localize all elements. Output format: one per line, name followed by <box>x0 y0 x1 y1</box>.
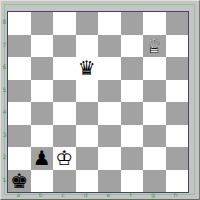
square-c5[interactable] <box>53 80 76 103</box>
square-f4[interactable] <box>121 102 144 125</box>
square-g1[interactable] <box>143 170 166 193</box>
rank-label-4: 4 <box>1 101 8 124</box>
piece-black-queen[interactable]: ♛ <box>76 57 99 80</box>
square-d4[interactable] <box>76 102 99 125</box>
square-a5[interactable] <box>8 80 31 103</box>
square-f1[interactable] <box>121 170 144 193</box>
square-c8[interactable] <box>53 12 76 35</box>
square-e1[interactable] <box>98 170 121 193</box>
rank-label-7: 7 <box>1 34 8 57</box>
chess-board: ♛♕♛♟♚♔♚ <box>7 11 189 193</box>
square-h4[interactable] <box>166 102 189 125</box>
square-f2[interactable] <box>121 147 144 170</box>
piece-black-king[interactable]: ♚ <box>8 170 31 193</box>
square-g2[interactable] <box>143 147 166 170</box>
square-c2[interactable]: ♚♔ <box>53 147 76 170</box>
rank-label-8: 8 <box>1 11 8 34</box>
square-e7[interactable] <box>98 35 121 58</box>
square-a1[interactable]: ♚ <box>8 170 31 193</box>
square-f6[interactable] <box>121 57 144 80</box>
square-b1[interactable] <box>31 170 54 193</box>
square-a7[interactable] <box>8 35 31 58</box>
square-e2[interactable] <box>98 147 121 170</box>
square-d7[interactable] <box>76 35 99 58</box>
square-h6[interactable] <box>166 57 189 80</box>
square-h1[interactable] <box>166 170 189 193</box>
square-a8[interactable] <box>8 12 31 35</box>
piece-white-queen[interactable]: ♕ <box>143 35 166 58</box>
square-b2[interactable]: ♟ <box>31 147 54 170</box>
square-c1[interactable] <box>53 170 76 193</box>
square-c4[interactable] <box>53 102 76 125</box>
square-d8[interactable] <box>76 12 99 35</box>
square-g3[interactable] <box>143 125 166 148</box>
square-h7[interactable] <box>166 35 189 58</box>
square-h3[interactable] <box>166 125 189 148</box>
square-h2[interactable] <box>166 147 189 170</box>
file-label-b: b <box>30 191 53 199</box>
square-a3[interactable] <box>8 125 31 148</box>
square-b6[interactable] <box>31 57 54 80</box>
square-f7[interactable] <box>121 35 144 58</box>
square-a4[interactable] <box>8 102 31 125</box>
square-c6[interactable] <box>53 57 76 80</box>
rank-label-5: 5 <box>1 79 8 102</box>
square-d3[interactable] <box>76 125 99 148</box>
square-d1[interactable] <box>76 170 99 193</box>
square-a2[interactable] <box>8 147 31 170</box>
square-b5[interactable] <box>31 80 54 103</box>
file-label-c: c <box>52 191 75 199</box>
square-b3[interactable] <box>31 125 54 148</box>
square-h5[interactable] <box>166 80 189 103</box>
square-f8[interactable] <box>121 12 144 35</box>
square-a6[interactable] <box>8 57 31 80</box>
piece-white-king[interactable]: ♔ <box>53 147 76 170</box>
square-c7[interactable] <box>53 35 76 58</box>
square-g7[interactable]: ♛♕ <box>143 35 166 58</box>
file-label-h: h <box>165 191 188 199</box>
file-label-e: e <box>97 191 120 199</box>
square-g8[interactable] <box>143 12 166 35</box>
rank-label-2: 2 <box>1 146 8 169</box>
square-e6[interactable] <box>98 57 121 80</box>
file-label-d: d <box>75 191 98 199</box>
rank-label-1: 1 <box>1 169 8 192</box>
piece-black-pawn[interactable]: ♟ <box>31 147 54 170</box>
square-g6[interactable] <box>143 57 166 80</box>
square-b7[interactable] <box>31 35 54 58</box>
square-b4[interactable] <box>31 102 54 125</box>
square-g4[interactable] <box>143 102 166 125</box>
file-label-g: g <box>142 191 165 199</box>
square-d5[interactable] <box>76 80 99 103</box>
file-label-a: a <box>7 191 30 199</box>
square-e8[interactable] <box>98 12 121 35</box>
square-e5[interactable] <box>98 80 121 103</box>
square-g5[interactable] <box>143 80 166 103</box>
rank-label-6: 6 <box>1 56 8 79</box>
square-e3[interactable] <box>98 125 121 148</box>
square-f3[interactable] <box>121 125 144 148</box>
square-f5[interactable] <box>121 80 144 103</box>
square-d2[interactable] <box>76 147 99 170</box>
chess-diagram: ♛♕♛♟♚♔♚ 87654321 abcdefgh <box>0 0 200 200</box>
square-c3[interactable] <box>53 125 76 148</box>
rank-label-3: 3 <box>1 124 8 147</box>
square-b8[interactable] <box>31 12 54 35</box>
square-e4[interactable] <box>98 102 121 125</box>
square-d6[interactable]: ♛ <box>76 57 99 80</box>
square-h8[interactable] <box>166 12 189 35</box>
file-label-f: f <box>120 191 143 199</box>
